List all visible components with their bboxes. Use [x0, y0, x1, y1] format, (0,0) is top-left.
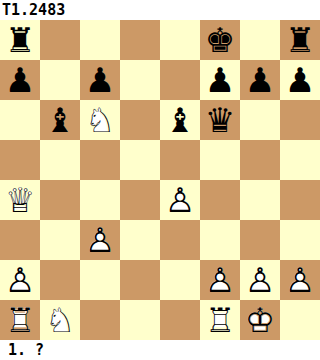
- black-rook-piece: ♜: [280, 20, 320, 60]
- square-c7[interactable]: ♟: [80, 60, 120, 100]
- square-c4[interactable]: [80, 180, 120, 220]
- square-f8[interactable]: ♚: [200, 20, 240, 60]
- white-rook-piece: ♜♖: [200, 300, 240, 340]
- square-a6[interactable]: [0, 100, 40, 140]
- square-b6[interactable]: ♝: [40, 100, 80, 140]
- square-e5[interactable]: [160, 140, 200, 180]
- square-g1[interactable]: ♚♔: [240, 300, 280, 340]
- square-c8[interactable]: [80, 20, 120, 60]
- square-e7[interactable]: [160, 60, 200, 100]
- square-g6[interactable]: [240, 100, 280, 140]
- black-pawn-piece: ♟: [80, 60, 120, 100]
- square-f2[interactable]: ♟♙: [200, 260, 240, 300]
- chess-board: ♜♚♜♟♟♟♟♟♝♞♘♝♛♛♕♟♙♟♙♟♙♟♙♟♙♟♙♜♖♞♘♜♖♚♔: [0, 20, 320, 340]
- square-e3[interactable]: [160, 220, 200, 260]
- black-pawn-piece: ♟: [280, 60, 320, 100]
- square-g5[interactable]: [240, 140, 280, 180]
- black-queen-piece: ♛: [200, 100, 240, 140]
- square-h6[interactable]: [280, 100, 320, 140]
- square-g3[interactable]: [240, 220, 280, 260]
- square-d7[interactable]: [120, 60, 160, 100]
- square-a2[interactable]: ♟♙: [0, 260, 40, 300]
- square-e2[interactable]: [160, 260, 200, 300]
- square-d2[interactable]: [120, 260, 160, 300]
- square-e4[interactable]: ♟♙: [160, 180, 200, 220]
- white-pawn-piece: ♟♙: [280, 260, 320, 300]
- square-e1[interactable]: [160, 300, 200, 340]
- square-h2[interactable]: ♟♙: [280, 260, 320, 300]
- square-a4[interactable]: ♛♕: [0, 180, 40, 220]
- square-f5[interactable]: [200, 140, 240, 180]
- square-c1[interactable]: [80, 300, 120, 340]
- square-b5[interactable]: [40, 140, 80, 180]
- square-h7[interactable]: ♟: [280, 60, 320, 100]
- square-b1[interactable]: ♞♘: [40, 300, 80, 340]
- square-c2[interactable]: [80, 260, 120, 300]
- square-a5[interactable]: [0, 140, 40, 180]
- black-pawn-piece: ♟: [200, 60, 240, 100]
- black-king-piece: ♚: [200, 20, 240, 60]
- square-f3[interactable]: [200, 220, 240, 260]
- square-g2[interactable]: ♟♙: [240, 260, 280, 300]
- square-f7[interactable]: ♟: [200, 60, 240, 100]
- square-g8[interactable]: [240, 20, 280, 60]
- white-pawn-piece: ♟♙: [0, 260, 40, 300]
- square-b2[interactable]: [40, 260, 80, 300]
- square-f1[interactable]: ♜♖: [200, 300, 240, 340]
- white-pawn-piece: ♟♙: [240, 260, 280, 300]
- square-c3[interactable]: ♟♙: [80, 220, 120, 260]
- move-prompt: 1. ?: [0, 340, 320, 360]
- square-h8[interactable]: ♜: [280, 20, 320, 60]
- square-e8[interactable]: [160, 20, 200, 60]
- square-d6[interactable]: [120, 100, 160, 140]
- square-h4[interactable]: [280, 180, 320, 220]
- black-rook-piece: ♜: [0, 20, 40, 60]
- square-a3[interactable]: [0, 220, 40, 260]
- white-rook-piece: ♜♖: [0, 300, 40, 340]
- square-b8[interactable]: [40, 20, 80, 60]
- black-pawn-piece: ♟: [0, 60, 40, 100]
- square-b3[interactable]: [40, 220, 80, 260]
- square-h3[interactable]: [280, 220, 320, 260]
- square-h5[interactable]: [280, 140, 320, 180]
- square-d3[interactable]: [120, 220, 160, 260]
- black-bishop-piece: ♝: [160, 100, 200, 140]
- square-a1[interactable]: ♜♖: [0, 300, 40, 340]
- square-d1[interactable]: [120, 300, 160, 340]
- square-g4[interactable]: [240, 180, 280, 220]
- square-b4[interactable]: [40, 180, 80, 220]
- square-d8[interactable]: [120, 20, 160, 60]
- chess-puzzle-app: T1.2483 ♜♚♜♟♟♟♟♟♝♞♘♝♛♛♕♟♙♟♙♟♙♟♙♟♙♟♙♜♖♞♘♜…: [0, 0, 320, 360]
- puzzle-title: T1.2483: [0, 0, 320, 20]
- square-c6[interactable]: ♞♘: [80, 100, 120, 140]
- white-queen-piece: ♛♕: [0, 180, 40, 220]
- black-bishop-piece: ♝: [40, 100, 80, 140]
- square-d5[interactable]: [120, 140, 160, 180]
- square-c5[interactable]: [80, 140, 120, 180]
- white-king-piece: ♚♔: [240, 300, 280, 340]
- square-a8[interactable]: ♜: [0, 20, 40, 60]
- square-f6[interactable]: ♛: [200, 100, 240, 140]
- black-pawn-piece: ♟: [240, 60, 280, 100]
- square-d4[interactable]: [120, 180, 160, 220]
- square-b7[interactable]: [40, 60, 80, 100]
- white-pawn-piece: ♟♙: [160, 180, 200, 220]
- square-f4[interactable]: [200, 180, 240, 220]
- square-e6[interactable]: ♝: [160, 100, 200, 140]
- white-pawn-piece: ♟♙: [80, 220, 120, 260]
- square-g7[interactable]: ♟: [240, 60, 280, 100]
- square-a7[interactable]: ♟: [0, 60, 40, 100]
- white-pawn-piece: ♟♙: [200, 260, 240, 300]
- square-h1[interactable]: [280, 300, 320, 340]
- white-knight-piece: ♞♘: [80, 100, 120, 140]
- white-knight-piece: ♞♘: [40, 300, 80, 340]
